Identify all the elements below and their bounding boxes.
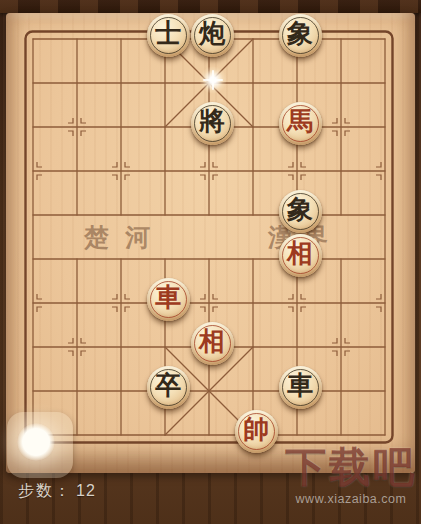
piece-black-advisor[interactable]: 士 [147, 14, 190, 57]
piece-black-pawn[interactable]: 卒 [147, 366, 190, 409]
river-label-left: 楚河 [84, 221, 166, 254]
piece-glyph: 將 [199, 109, 225, 135]
piece-glyph: 馬 [287, 109, 313, 135]
watermark-logo: 下载吧 [282, 444, 420, 491]
piece-glyph: 炮 [199, 21, 225, 47]
watermark-url: www.xiazaiba.com [282, 492, 420, 506]
piece-glyph: 象 [287, 197, 313, 223]
watermark: 下载吧 www.xiazaiba.com [282, 444, 420, 506]
piece-red-chariot[interactable]: 車 [147, 278, 190, 321]
piece-glyph: 帥 [243, 417, 269, 443]
piece-red-horse[interactable]: 馬 [279, 102, 322, 145]
piece-glyph: 相 [199, 329, 225, 355]
piece-glyph: 象 [287, 21, 313, 47]
piece-black-elephant[interactable]: 象 [279, 190, 322, 233]
piece-red-elephant[interactable]: 相 [279, 234, 322, 277]
piece-black-elephant[interactable]: 象 [279, 14, 322, 57]
piece-black-chariot[interactable]: 車 [279, 366, 322, 409]
piece-red-general[interactable]: 帥 [235, 410, 278, 453]
piece-red-elephant[interactable]: 相 [191, 322, 234, 365]
piece-glyph: 車 [287, 373, 313, 399]
piece-glyph: 相 [287, 241, 313, 267]
top-wood-plank [0, 0, 421, 13]
game-screen: 楚河 漢界 士炮象將馬象相車相卒車帥 步数：12 下载吧 www.xiazaib… [0, 0, 421, 524]
piece-glyph: 士 [155, 21, 181, 47]
step-counter-label: 步数： [18, 482, 72, 499]
piece-glyph: 卒 [155, 373, 181, 399]
floating-control-button[interactable] [7, 412, 73, 478]
last-move-highlight [199, 66, 227, 94]
step-counter: 步数：12 [18, 481, 96, 502]
piece-black-general[interactable]: 將 [191, 102, 234, 145]
step-counter-value: 12 [76, 482, 96, 499]
piece-glyph: 車 [155, 285, 181, 311]
piece-black-cannon[interactable]: 炮 [191, 14, 234, 57]
control-knob-icon [17, 423, 55, 461]
